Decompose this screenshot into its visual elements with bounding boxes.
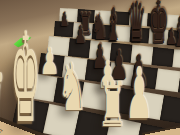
white-king-e1[interactable]: ♚	[7, 16, 43, 135]
chess-3d-scene: FG ♜♞♝♛♚♝♟♟♟♟♟♟♟♟♟♜♞♛♚	[0, 0, 180, 135]
black-pawn-a7[interactable]: ♟	[58, 11, 70, 31]
black-pawn-b7[interactable]: ♟	[72, 22, 87, 47]
square-f4[interactable]	[160, 95, 180, 124]
black-pawn-f7[interactable]: ♟	[164, 26, 177, 48]
white-rook-h1[interactable]: ♜	[94, 73, 130, 135]
square-f5[interactable]	[155, 68, 180, 91]
white-knight-g1[interactable]: ♞	[54, 53, 90, 120]
